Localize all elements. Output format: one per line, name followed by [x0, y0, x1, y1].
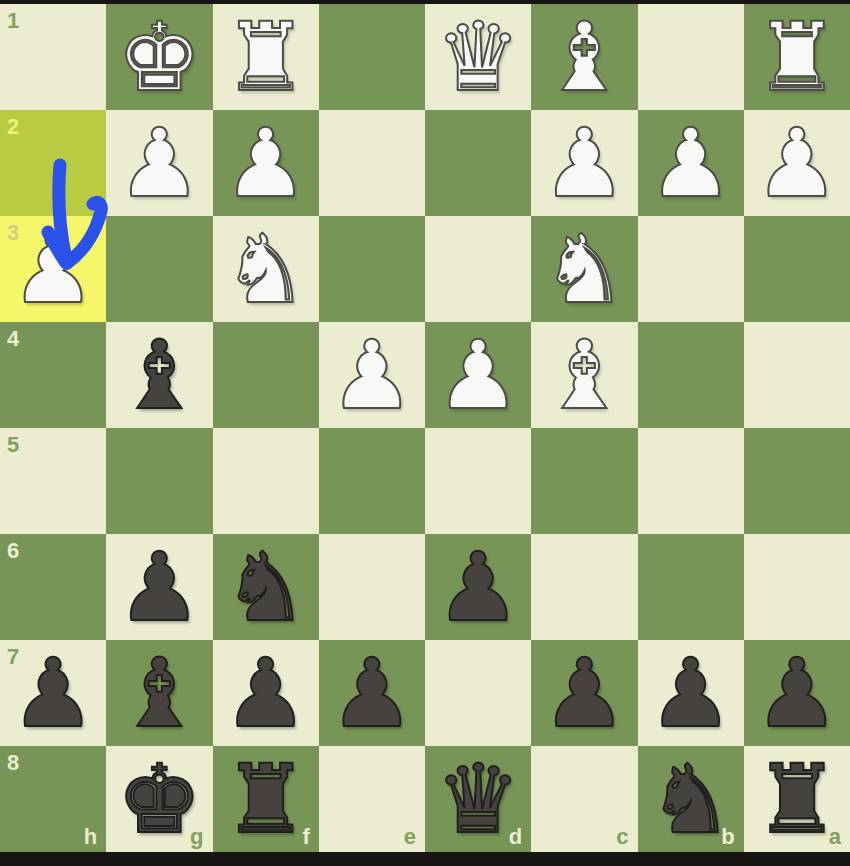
piece-white-rook-a1[interactable]: ♜ [744, 4, 850, 110]
square-g2[interactable]: ♟ [106, 110, 212, 216]
square-f7[interactable]: ♟ [213, 640, 319, 746]
square-d7[interactable] [425, 640, 531, 746]
piece-white-pawn-g2[interactable]: ♟ [106, 110, 212, 216]
chess-board[interactable]: 1♚♜♛♝♜2♟♟♟♟♟3♟♞♞4♝♟♟♝56♟♞♟7♟♝♟♟♟♟♟8hg♚f♜… [0, 4, 850, 852]
square-f2[interactable]: ♟ [213, 110, 319, 216]
square-g5[interactable] [106, 428, 212, 534]
file-label-e: e [404, 824, 416, 850]
piece-black-pawn-b7[interactable]: ♟ [638, 640, 744, 746]
square-d2[interactable] [425, 110, 531, 216]
piece-black-rook-f8[interactable]: ♜ [213, 746, 319, 852]
square-d6[interactable]: ♟ [425, 534, 531, 640]
square-b3[interactable] [638, 216, 744, 322]
square-f3[interactable]: ♞ [213, 216, 319, 322]
piece-white-queen-d1[interactable]: ♛ [425, 4, 531, 110]
square-d4[interactable]: ♟ [425, 322, 531, 428]
square-d3[interactable] [425, 216, 531, 322]
square-b8[interactable]: b♞ [638, 746, 744, 852]
square-a8[interactable]: a♜ [744, 746, 850, 852]
rank-label-2: 2 [7, 114, 19, 140]
square-a5[interactable] [744, 428, 850, 534]
piece-white-king-g1[interactable]: ♚ [106, 4, 212, 110]
piece-black-pawn-h7[interactable]: ♟ [0, 640, 106, 746]
square-c4[interactable]: ♝ [531, 322, 637, 428]
piece-black-pawn-g6[interactable]: ♟ [106, 534, 212, 640]
piece-black-queen-d8[interactable]: ♛ [425, 746, 531, 852]
piece-black-pawn-f7[interactable]: ♟ [213, 640, 319, 746]
file-label-c: c [616, 824, 628, 850]
square-h7[interactable]: 7♟ [0, 640, 106, 746]
square-b4[interactable] [638, 322, 744, 428]
square-f5[interactable] [213, 428, 319, 534]
square-h4[interactable]: 4 [0, 322, 106, 428]
square-e4[interactable]: ♟ [319, 322, 425, 428]
square-c6[interactable] [531, 534, 637, 640]
piece-black-bishop-g7[interactable]: ♝ [106, 640, 212, 746]
piece-white-bishop-c1[interactable]: ♝ [531, 4, 637, 110]
square-c8[interactable]: c [531, 746, 637, 852]
square-h8[interactable]: 8h [0, 746, 106, 852]
square-e7[interactable]: ♟ [319, 640, 425, 746]
square-g1[interactable]: ♚ [106, 4, 212, 110]
chess-board-screenshot: 1♚♜♛♝♜2♟♟♟♟♟3♟♞♞4♝♟♟♝56♟♞♟7♟♝♟♟♟♟♟8hg♚f♜… [0, 0, 850, 866]
square-g8[interactable]: g♚ [106, 746, 212, 852]
file-label-h: h [84, 824, 97, 850]
square-a1[interactable]: ♜ [744, 4, 850, 110]
square-d8[interactable]: d♛ [425, 746, 531, 852]
piece-black-knight-b8[interactable]: ♞ [638, 746, 744, 852]
piece-white-pawn-c2[interactable]: ♟ [531, 110, 637, 216]
piece-black-knight-f6[interactable]: ♞ [213, 534, 319, 640]
square-e1[interactable] [319, 4, 425, 110]
rank-label-5: 5 [7, 432, 19, 458]
square-h1[interactable]: 1 [0, 4, 106, 110]
rank-label-6: 6 [7, 538, 19, 564]
square-a2[interactable]: ♟ [744, 110, 850, 216]
square-c2[interactable]: ♟ [531, 110, 637, 216]
square-b5[interactable] [638, 428, 744, 534]
square-c5[interactable] [531, 428, 637, 534]
square-h2[interactable]: 2 [0, 110, 106, 216]
square-b7[interactable]: ♟ [638, 640, 744, 746]
square-h5[interactable]: 5 [0, 428, 106, 534]
piece-black-bishop-g4[interactable]: ♝ [106, 322, 212, 428]
piece-white-pawn-e4[interactable]: ♟ [319, 322, 425, 428]
piece-white-knight-c3[interactable]: ♞ [531, 216, 637, 322]
square-g4[interactable]: ♝ [106, 322, 212, 428]
square-d5[interactable] [425, 428, 531, 534]
piece-white-bishop-c4[interactable]: ♝ [531, 322, 637, 428]
square-a7[interactable]: ♟ [744, 640, 850, 746]
square-h6[interactable]: 6 [0, 534, 106, 640]
rank-label-8: 8 [7, 750, 19, 776]
square-e8[interactable]: e [319, 746, 425, 852]
square-c1[interactable]: ♝ [531, 4, 637, 110]
piece-black-pawn-d6[interactable]: ♟ [425, 534, 531, 640]
square-e2[interactable] [319, 110, 425, 216]
square-c7[interactable]: ♟ [531, 640, 637, 746]
rank-label-1: 1 [7, 8, 19, 34]
square-a3[interactable] [744, 216, 850, 322]
square-h3[interactable]: 3♟ [0, 216, 106, 322]
piece-white-rook-f1[interactable]: ♜ [213, 4, 319, 110]
piece-white-pawn-h3[interactable]: ♟ [0, 216, 106, 322]
square-f1[interactable]: ♜ [213, 4, 319, 110]
square-a6[interactable] [744, 534, 850, 640]
square-d1[interactable]: ♛ [425, 4, 531, 110]
square-a4[interactable] [744, 322, 850, 428]
piece-black-pawn-a7[interactable]: ♟ [744, 640, 850, 746]
square-g3[interactable] [106, 216, 212, 322]
piece-white-pawn-d4[interactable]: ♟ [425, 322, 531, 428]
square-f4[interactable] [213, 322, 319, 428]
square-f6[interactable]: ♞ [213, 534, 319, 640]
piece-white-pawn-b2[interactable]: ♟ [638, 110, 744, 216]
square-b2[interactable]: ♟ [638, 110, 744, 216]
piece-black-pawn-e7[interactable]: ♟ [319, 640, 425, 746]
square-f8[interactable]: f♜ [213, 746, 319, 852]
piece-black-rook-a8[interactable]: ♜ [744, 746, 850, 852]
rank-label-4: 4 [7, 326, 19, 352]
square-c3[interactable]: ♞ [531, 216, 637, 322]
square-g7[interactable]: ♝ [106, 640, 212, 746]
piece-black-king-g8[interactable]: ♚ [106, 746, 212, 852]
piece-black-pawn-c7[interactable]: ♟ [531, 640, 637, 746]
square-e3[interactable] [319, 216, 425, 322]
piece-white-pawn-f2[interactable]: ♟ [213, 110, 319, 216]
bottom-letterbox-bar [0, 852, 850, 866]
square-e5[interactable] [319, 428, 425, 534]
square-e6[interactable] [319, 534, 425, 640]
square-b6[interactable] [638, 534, 744, 640]
square-g6[interactable]: ♟ [106, 534, 212, 640]
piece-white-pawn-a2[interactable]: ♟ [744, 110, 850, 216]
square-b1[interactable] [638, 4, 744, 110]
piece-white-knight-f3[interactable]: ♞ [213, 216, 319, 322]
